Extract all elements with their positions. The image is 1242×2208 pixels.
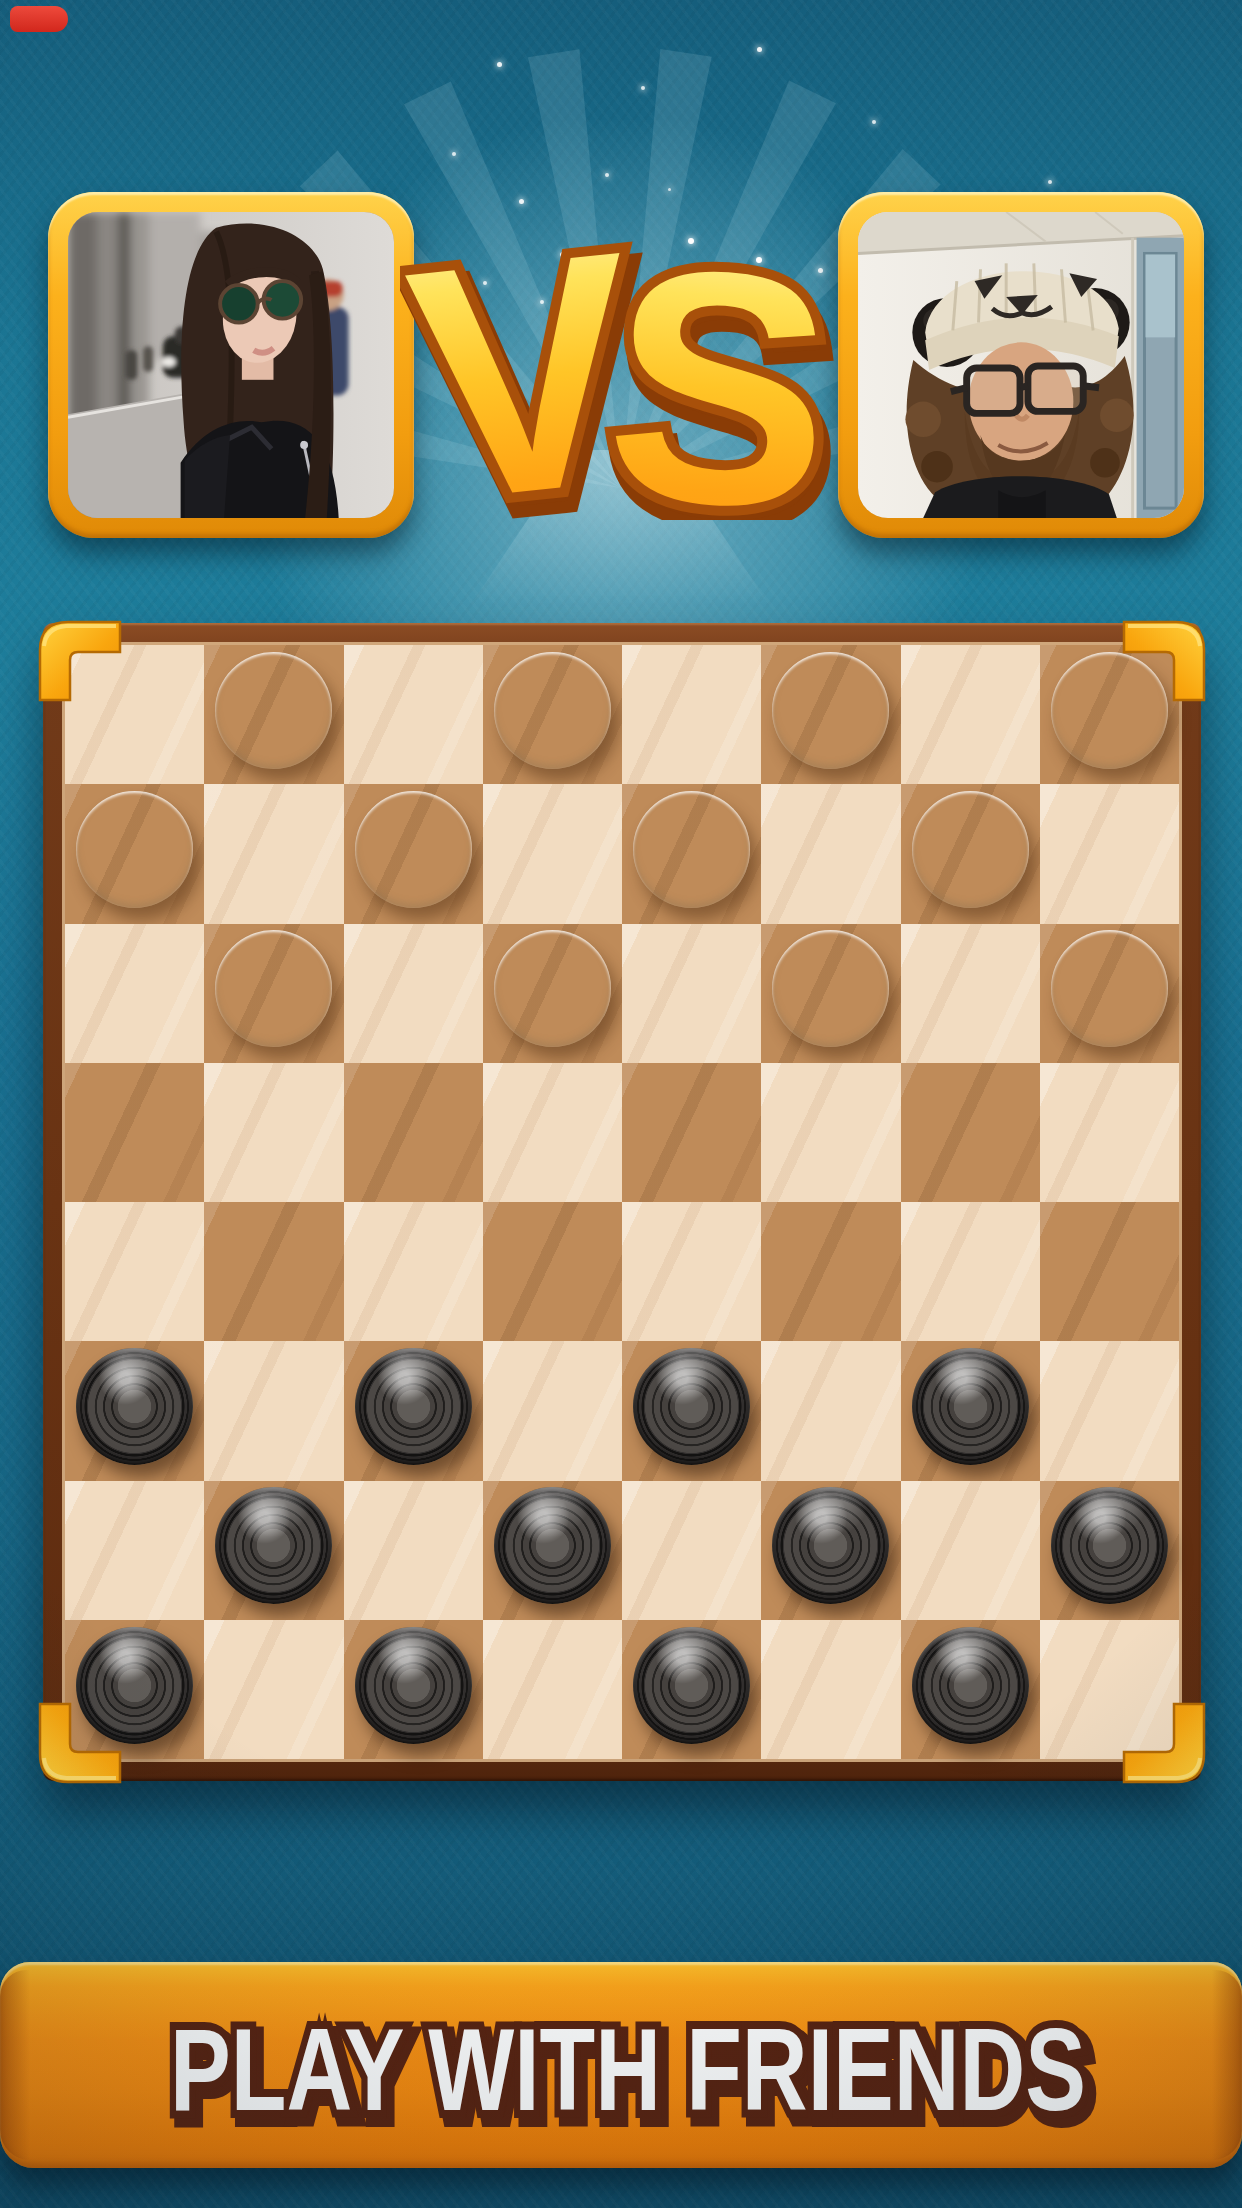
man-panda-hat-glasses-photo-icon bbox=[858, 212, 1184, 518]
left-player-avatar bbox=[68, 212, 394, 518]
square-r8c2[interactable] bbox=[204, 1620, 343, 1759]
black-piece[interactable] bbox=[633, 1348, 750, 1465]
vs-letter-s: S bbox=[597, 196, 842, 520]
square-r6c1[interactable] bbox=[65, 1341, 204, 1480]
black-piece[interactable] bbox=[912, 1348, 1029, 1465]
square-r3c8[interactable] bbox=[1040, 924, 1179, 1063]
white-piece[interactable] bbox=[355, 791, 472, 908]
square-r6c4[interactable] bbox=[483, 1341, 622, 1480]
white-piece[interactable] bbox=[772, 930, 889, 1047]
black-piece[interactable] bbox=[215, 1487, 332, 1604]
square-r4c1[interactable] bbox=[65, 1063, 204, 1202]
sparkle-dot bbox=[1048, 180, 1052, 184]
sparkle-dot bbox=[641, 86, 645, 90]
square-r6c5[interactable] bbox=[622, 1341, 761, 1480]
square-r5c1[interactable] bbox=[65, 1202, 204, 1341]
square-r5c6[interactable] bbox=[761, 1202, 900, 1341]
square-r1c5[interactable] bbox=[622, 645, 761, 784]
square-r1c3[interactable] bbox=[344, 645, 483, 784]
square-r2c8[interactable] bbox=[1040, 784, 1179, 923]
square-r7c3[interactable] bbox=[344, 1481, 483, 1620]
square-r4c7[interactable] bbox=[901, 1063, 1040, 1202]
square-r4c6[interactable] bbox=[761, 1063, 900, 1202]
square-r7c6[interactable] bbox=[761, 1481, 900, 1620]
square-r8c5[interactable] bbox=[622, 1620, 761, 1759]
square-r7c7[interactable] bbox=[901, 1481, 1040, 1620]
square-r6c8[interactable] bbox=[1040, 1341, 1179, 1480]
square-r1c8[interactable] bbox=[1040, 645, 1179, 784]
black-piece[interactable] bbox=[912, 1627, 1029, 1744]
square-r4c3[interactable] bbox=[344, 1063, 483, 1202]
white-piece[interactable] bbox=[912, 791, 1029, 908]
white-piece[interactable] bbox=[494, 930, 611, 1047]
white-piece[interactable] bbox=[1051, 652, 1168, 769]
square-r2c4[interactable] bbox=[483, 784, 622, 923]
square-r3c6[interactable] bbox=[761, 924, 900, 1063]
square-r4c5[interactable] bbox=[622, 1063, 761, 1202]
sparkle-dot bbox=[872, 120, 876, 124]
square-r3c5[interactable] bbox=[622, 924, 761, 1063]
square-r1c6[interactable] bbox=[761, 645, 900, 784]
sparkle-dot bbox=[605, 173, 609, 177]
white-piece[interactable] bbox=[215, 930, 332, 1047]
sparkle-dot bbox=[757, 47, 762, 52]
square-r4c4[interactable] bbox=[483, 1063, 622, 1202]
square-r2c5[interactable] bbox=[622, 784, 761, 923]
square-r8c8[interactable] bbox=[1040, 1620, 1179, 1759]
white-piece[interactable] bbox=[772, 652, 889, 769]
square-r5c4[interactable] bbox=[483, 1202, 622, 1341]
banner-label: PLAY WITH FRIENDS bbox=[170, 2005, 1086, 2135]
woman-sunglasses-street-photo-icon bbox=[68, 212, 394, 518]
square-r5c2[interactable] bbox=[204, 1202, 343, 1341]
black-piece[interactable] bbox=[76, 1348, 193, 1465]
board-grid bbox=[65, 645, 1179, 1759]
square-r2c6[interactable] bbox=[761, 784, 900, 923]
black-piece[interactable] bbox=[1051, 1487, 1168, 1604]
square-r8c3[interactable] bbox=[344, 1620, 483, 1759]
square-r7c1[interactable] bbox=[65, 1481, 204, 1620]
black-piece[interactable] bbox=[355, 1627, 472, 1744]
game-screen: V S V S bbox=[0, 0, 1242, 2208]
white-piece[interactable] bbox=[633, 791, 750, 908]
square-r2c7[interactable] bbox=[901, 784, 1040, 923]
checkers-board bbox=[43, 623, 1201, 1781]
white-piece[interactable] bbox=[494, 652, 611, 769]
square-r8c7[interactable] bbox=[901, 1620, 1040, 1759]
white-piece[interactable] bbox=[215, 652, 332, 769]
square-r6c7[interactable] bbox=[901, 1341, 1040, 1480]
square-r1c1[interactable] bbox=[65, 645, 204, 784]
square-r2c3[interactable] bbox=[344, 784, 483, 923]
black-piece[interactable] bbox=[633, 1627, 750, 1744]
vs-badge: V S V S bbox=[400, 190, 845, 520]
black-piece[interactable] bbox=[772, 1487, 889, 1604]
right-player-avatar bbox=[858, 212, 1184, 518]
square-r1c4[interactable] bbox=[483, 645, 622, 784]
square-r4c8[interactable] bbox=[1040, 1063, 1179, 1202]
square-r6c3[interactable] bbox=[344, 1341, 483, 1480]
right-player-avatar-frame bbox=[838, 192, 1204, 538]
white-piece[interactable] bbox=[1051, 930, 1168, 1047]
square-r7c8[interactable] bbox=[1040, 1481, 1179, 1620]
square-r5c8[interactable] bbox=[1040, 1202, 1179, 1341]
square-r8c6[interactable] bbox=[761, 1620, 900, 1759]
white-piece[interactable] bbox=[76, 791, 193, 908]
square-r2c1[interactable] bbox=[65, 784, 204, 923]
left-player-avatar-frame bbox=[48, 192, 414, 538]
square-r3c7[interactable] bbox=[901, 924, 1040, 1063]
black-piece[interactable] bbox=[355, 1348, 472, 1465]
square-r7c4[interactable] bbox=[483, 1481, 622, 1620]
square-r7c2[interactable] bbox=[204, 1481, 343, 1620]
square-r6c2[interactable] bbox=[204, 1341, 343, 1480]
square-r7c5[interactable] bbox=[622, 1481, 761, 1620]
square-r5c3[interactable] bbox=[344, 1202, 483, 1341]
square-r4c2[interactable] bbox=[204, 1063, 343, 1202]
square-r3c2[interactable] bbox=[204, 924, 343, 1063]
square-r2c2[interactable] bbox=[204, 784, 343, 923]
square-r6c6[interactable] bbox=[761, 1341, 900, 1480]
black-piece[interactable] bbox=[494, 1487, 611, 1604]
sparkle-dot bbox=[497, 62, 502, 67]
square-r1c2[interactable] bbox=[204, 645, 343, 784]
square-r3c4[interactable] bbox=[483, 924, 622, 1063]
sparkle-dot bbox=[452, 152, 456, 156]
play-with-friends-banner: PLAY WITH FRIENDS PLAY WITH FRIENDS bbox=[0, 1962, 1242, 2168]
screen-recording-indicator[interactable] bbox=[10, 6, 68, 32]
square-r3c3[interactable] bbox=[344, 924, 483, 1063]
square-r5c5[interactable] bbox=[622, 1202, 761, 1341]
square-r8c4[interactable] bbox=[483, 1620, 622, 1759]
black-piece[interactable] bbox=[76, 1627, 193, 1744]
square-r8c1[interactable] bbox=[65, 1620, 204, 1759]
square-r5c7[interactable] bbox=[901, 1202, 1040, 1341]
square-r3c1[interactable] bbox=[65, 924, 204, 1063]
square-r1c7[interactable] bbox=[901, 645, 1040, 784]
